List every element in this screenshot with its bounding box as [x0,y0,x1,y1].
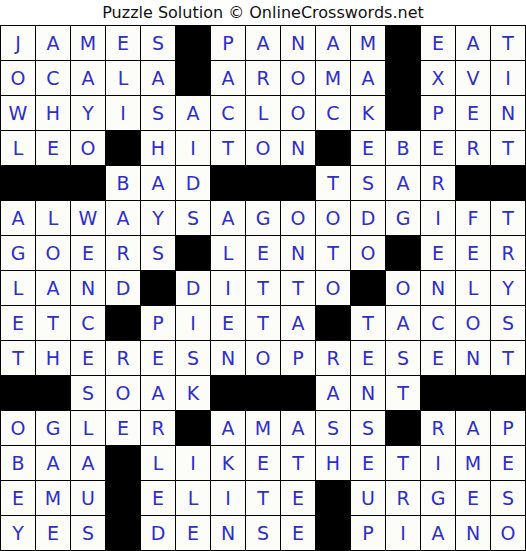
cell-r8c13: N [421,271,455,305]
cell-r12c11: S [351,411,385,445]
cell-r11c6: K [176,376,210,410]
cell-r7c12-black [386,236,420,270]
cell-r5c8-black [246,166,280,200]
cell-r10c15: T [491,341,525,375]
cell-r2c14: V [456,61,490,95]
cell-r2c4: L [106,61,140,95]
cell-r7c3: E [71,236,105,270]
cell-r7c15: R [491,236,525,270]
cell-r10c2: H [36,341,70,375]
cell-r2c1: O [1,61,35,95]
cell-r9c7: E [211,306,245,340]
cell-r15c14: N [456,516,490,550]
cell-r5c13: R [421,166,455,200]
cell-r4c4-black [106,131,140,165]
cell-r10c1: T [1,341,35,375]
cell-r10c5: E [141,341,175,375]
cell-r14c9: E [281,481,315,515]
cell-r8c3: N [71,271,105,305]
cell-r13c2: A [36,446,70,480]
cell-r3c2: H [36,96,70,130]
cell-r11c9-black [281,376,315,410]
cell-r14c3: U [71,481,105,515]
cell-r9c13: C [421,306,455,340]
cell-r11c11: N [351,376,385,410]
cell-r9c15: S [491,306,525,340]
cell-r2c13: X [421,61,455,95]
cell-r2c3: A [71,61,105,95]
cell-r15c1: Y [1,516,35,550]
cell-r7c6-black [176,236,210,270]
cell-r5c2-black [36,166,70,200]
cell-r8c7: I [211,271,245,305]
cell-r11c15-black [491,376,525,410]
cell-r7c13: E [421,236,455,270]
cell-r11c7-black [211,376,245,410]
cell-r14c10-black [316,481,350,515]
cell-r10c6: S [176,341,210,375]
cell-r1c2: A [36,26,70,60]
cell-r12c9: A [281,411,315,445]
cell-r5c15-black [491,166,525,200]
cell-r12c1: O [1,411,35,445]
cell-r7c8: E [246,236,280,270]
cell-r5c5: A [141,166,175,200]
cell-r12c10: S [316,411,350,445]
cell-r3c13: P [421,96,455,130]
cell-r15c11: P [351,516,385,550]
cell-r9c12: A [386,306,420,340]
cell-r8c10: O [316,271,350,305]
cell-r15c4-black [106,516,140,550]
cell-r8c1: L [1,271,35,305]
cell-r1c1: J [1,26,35,60]
cell-r5c4: B [106,166,140,200]
cell-r3c8: L [246,96,280,130]
cell-r10c10: R [316,341,350,375]
cell-r6c4: A [106,201,140,235]
cell-r6c10: O [316,201,350,235]
cell-r5c7-black [211,166,245,200]
cell-r11c12: T [386,376,420,410]
cell-r4c6: I [176,131,210,165]
cell-r4c7: T [211,131,245,165]
cell-r1c7: P [211,26,245,60]
cell-r5c14-black [456,166,490,200]
cell-r11c1-black [1,376,35,410]
cell-r3c11: K [351,96,385,130]
cell-r2c8: R [246,61,280,95]
crossword-grid: JAMESPANAMEATOCALAAROMAXVIWHYISACLOCKPEN… [0,25,526,551]
cell-r15c3: S [71,516,105,550]
cell-r12c2: G [36,411,70,445]
cell-r9c11: T [351,306,385,340]
cell-r14c4-black [106,481,140,515]
cell-r7c2: O [36,236,70,270]
cell-r6c9: O [281,201,315,235]
cell-r14c2: M [36,481,70,515]
cell-r4c14: R [456,131,490,165]
cell-r13c7: K [211,446,245,480]
cell-r13c1: B [1,446,35,480]
cell-r6c6: S [176,201,210,235]
cell-r3c6: A [176,96,210,130]
cell-r7c7: L [211,236,245,270]
cell-r3c12-black [386,96,420,130]
cell-r3c15: N [491,96,525,130]
cell-r4c5: H [141,131,175,165]
cell-r4c3: O [71,131,105,165]
cell-r5c12: A [386,166,420,200]
cell-r12c3: L [71,411,105,445]
cell-r9c10-black [316,306,350,340]
cell-r13c10: H [316,446,350,480]
cell-r1c13: E [421,26,455,60]
cell-r15c6: E [176,516,210,550]
title-bar: Puzzle Solution © OnlineCrosswords.net [0,0,526,25]
cell-r11c8-black [246,376,280,410]
cell-r6c15: T [491,201,525,235]
cell-r4c1: L [1,131,35,165]
cell-r7c10: T [316,236,350,270]
cell-r6c3: W [71,201,105,235]
cell-r1c15: T [491,26,525,60]
cell-r3c1: W [1,96,35,130]
cell-r13c13: I [421,446,455,480]
cell-r2c10: M [316,61,350,95]
cell-r3c4: I [106,96,140,130]
cell-r8c6: D [176,271,210,305]
cell-r3c9: O [281,96,315,130]
cell-r10c9: P [281,341,315,375]
cell-r15c2: E [36,516,70,550]
cell-r2c11: A [351,61,385,95]
cell-r12c8: M [246,411,280,445]
cell-r9c6: I [176,306,210,340]
cell-r11c2-black [36,376,70,410]
cell-r12c7: A [211,411,245,445]
cell-r14c11: U [351,481,385,515]
cell-r13c8: E [246,446,280,480]
cell-r13c3: A [71,446,105,480]
cell-r13c15: E [491,446,525,480]
cell-r7c9: N [281,236,315,270]
cell-r15c15: O [491,516,525,550]
cell-r7c1: G [1,236,35,270]
cell-r15c13: A [421,516,455,550]
cell-r14c1: E [1,481,35,515]
cell-r8c14: L [456,271,490,305]
cell-r5c6: D [176,166,210,200]
cell-r1c6-black [176,26,210,60]
cell-r12c5: R [141,411,175,445]
cell-r10c3: E [71,341,105,375]
cell-r2c9: O [281,61,315,95]
cell-r14c13: G [421,481,455,515]
cell-r2c5: A [141,61,175,95]
cell-r15c9: E [281,516,315,550]
cell-r11c3: S [71,376,105,410]
cell-r15c8: S [246,516,280,550]
cell-r1c8: A [246,26,280,60]
cell-r1c10: A [316,26,350,60]
cell-r4c11: E [351,131,385,165]
cell-r5c9-black [281,166,315,200]
cell-r1c5: S [141,26,175,60]
cell-r2c6-black [176,61,210,95]
cell-r15c12: I [386,516,420,550]
cell-r14c12: R [386,481,420,515]
cell-r4c15: T [491,131,525,165]
cell-r9c4-black [106,306,140,340]
cell-r10c7: N [211,341,245,375]
cell-r4c2: E [36,131,70,165]
cell-r8c5-black [141,271,175,305]
cell-r1c11: M [351,26,385,60]
cell-r14c7: I [211,481,245,515]
cell-r1c14: A [456,26,490,60]
cell-r12c4: E [106,411,140,445]
cell-r7c11: O [351,236,385,270]
cell-r11c10: A [316,376,350,410]
cell-r8c9: T [281,271,315,305]
cell-r13c5: L [141,446,175,480]
cell-r9c8: T [246,306,280,340]
cell-r11c13-black [421,376,455,410]
cell-r9c2: T [36,306,70,340]
cell-r10c12: S [386,341,420,375]
cell-r13c14: M [456,446,490,480]
cell-r13c6: I [176,446,210,480]
cell-r3c10: C [316,96,350,130]
cell-r11c5: A [141,376,175,410]
cell-r5c11: S [351,166,385,200]
cell-r5c3-black [71,166,105,200]
cell-r9c14: O [456,306,490,340]
cell-r8c4: D [106,271,140,305]
cell-r2c2: C [36,61,70,95]
cell-r6c11: D [351,201,385,235]
cell-r7c4: R [106,236,140,270]
cell-r15c10-black [316,516,350,550]
cell-r2c12-black [386,61,420,95]
cell-r15c7: N [211,516,245,550]
cell-r14c5: E [141,481,175,515]
cell-r13c11: E [351,446,385,480]
cell-r11c14-black [456,376,490,410]
cell-r11c4: O [106,376,140,410]
cell-r8c12: O [386,271,420,305]
cell-r8c2: A [36,271,70,305]
cell-r4c12: B [386,131,420,165]
cell-r12c6-black [176,411,210,445]
cell-r2c7: A [211,61,245,95]
cell-r5c10: T [316,166,350,200]
cell-r9c9: A [281,306,315,340]
cell-r1c12-black [386,26,420,60]
cell-r7c14: E [456,236,490,270]
cell-r9c3: C [71,306,105,340]
cell-r14c6: L [176,481,210,515]
cell-r4c13: E [421,131,455,165]
cell-r2c15: I [491,61,525,95]
cell-r6c2: L [36,201,70,235]
cell-r8c11-black [351,271,385,305]
cell-r6c13: I [421,201,455,235]
cell-r9c5: P [141,306,175,340]
cell-r6c1: A [1,201,35,235]
cell-r10c8: O [246,341,280,375]
cell-r3c14: E [456,96,490,130]
cell-r1c4: E [106,26,140,60]
cell-r12c14: A [456,411,490,445]
cell-r14c14: E [456,481,490,515]
cell-r3c3: Y [71,96,105,130]
cell-r7c5: S [141,236,175,270]
cell-r4c9: N [281,131,315,165]
cell-r3c7: C [211,96,245,130]
cell-r1c9: N [281,26,315,60]
cell-r8c15: Y [491,271,525,305]
cell-r14c15: S [491,481,525,515]
cell-r6c12: G [386,201,420,235]
cell-r4c10-black [316,131,350,165]
cell-r13c4-black [106,446,140,480]
cell-r1c3: M [71,26,105,60]
cell-r13c12: T [386,446,420,480]
cell-r6c14: F [456,201,490,235]
crossword-solution-page: Puzzle Solution © OnlineCrosswords.net J… [0,0,526,551]
cell-r4c8: O [246,131,280,165]
cell-r6c7: A [211,201,245,235]
cell-r15c5: D [141,516,175,550]
cell-r3c5: S [141,96,175,130]
cell-r12c12-black [386,411,420,445]
cell-r6c8: G [246,201,280,235]
cell-r12c13: R [421,411,455,445]
cell-r6c5: Y [141,201,175,235]
cell-r9c1: E [1,306,35,340]
cell-r10c14: N [456,341,490,375]
cell-r10c13: E [421,341,455,375]
cell-r8c8: T [246,271,280,305]
page-title: Puzzle Solution © OnlineCrosswords.net [102,3,424,22]
cell-r13c9: T [281,446,315,480]
cell-r5c1-black [1,166,35,200]
cell-r14c8: T [246,481,280,515]
cell-r10c11: E [351,341,385,375]
cell-r10c4: R [106,341,140,375]
cell-r12c15: P [491,411,525,445]
